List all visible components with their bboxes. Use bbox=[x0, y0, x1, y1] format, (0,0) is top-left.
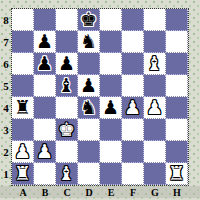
square-h2[interactable] bbox=[166, 141, 188, 163]
rank-label-5: 5 bbox=[0, 75, 12, 97]
square-f7[interactable] bbox=[122, 31, 144, 53]
piece-black-king-d8[interactable]: ♚ bbox=[78, 9, 99, 30]
square-b2[interactable]: ♟ bbox=[34, 141, 56, 163]
file-label-c: C bbox=[56, 186, 78, 198]
piece-black-knight-d7[interactable]: ♞ bbox=[78, 31, 99, 52]
piece-white-pawn-b2[interactable]: ♟ bbox=[34, 141, 55, 162]
square-h6[interactable] bbox=[166, 53, 188, 75]
rank-label-6: 6 bbox=[0, 53, 12, 75]
square-f3[interactable] bbox=[122, 119, 144, 141]
square-g6[interactable]: ♝ bbox=[144, 53, 166, 75]
square-d5[interactable]: ♟ bbox=[78, 75, 100, 97]
square-g4[interactable]: ♟ bbox=[144, 97, 166, 119]
chess-app-window: 87654321 ♚♟♞♟♟♝♝♟♜♞♟♟♟♚♟♟♜♝♜ ABCDEFGH bbox=[0, 0, 200, 200]
square-g7[interactable] bbox=[144, 31, 166, 53]
piece-white-pawn-f4[interactable]: ♟ bbox=[122, 97, 143, 118]
square-d4[interactable]: ♞ bbox=[78, 97, 100, 119]
square-h5[interactable] bbox=[166, 75, 188, 97]
piece-black-pawn-b6[interactable]: ♟ bbox=[34, 53, 55, 74]
chess-board: ♚♟♞♟♟♝♝♟♜♞♟♟♟♚♟♟♜♝♜ bbox=[12, 9, 188, 185]
square-h3[interactable] bbox=[166, 119, 188, 141]
square-d2[interactable] bbox=[78, 141, 100, 163]
square-h7[interactable] bbox=[166, 31, 188, 53]
square-c1[interactable]: ♝ bbox=[56, 163, 78, 185]
square-a5[interactable] bbox=[12, 75, 34, 97]
square-b3[interactable] bbox=[34, 119, 56, 141]
rank-labels: 87654321 bbox=[0, 9, 12, 185]
square-e7[interactable] bbox=[100, 31, 122, 53]
square-e8[interactable] bbox=[100, 9, 122, 31]
square-e3[interactable] bbox=[100, 119, 122, 141]
square-a2[interactable]: ♟ bbox=[12, 141, 34, 163]
square-d1[interactable] bbox=[78, 163, 100, 185]
square-b8[interactable] bbox=[34, 9, 56, 31]
square-b6[interactable]: ♟ bbox=[34, 53, 56, 75]
square-c6[interactable]: ♟ bbox=[56, 53, 78, 75]
square-f1[interactable] bbox=[122, 163, 144, 185]
file-label-h: H bbox=[166, 186, 188, 198]
file-label-g: G bbox=[144, 186, 166, 198]
piece-black-bishop-c5[interactable]: ♝ bbox=[56, 75, 77, 96]
file-label-b: B bbox=[34, 186, 56, 198]
square-h8[interactable] bbox=[166, 9, 188, 31]
square-g2[interactable] bbox=[144, 141, 166, 163]
square-e1[interactable] bbox=[100, 163, 122, 185]
file-label-e: E bbox=[100, 186, 122, 198]
square-c2[interactable] bbox=[56, 141, 78, 163]
square-e2[interactable] bbox=[100, 141, 122, 163]
square-b7[interactable]: ♟ bbox=[34, 31, 56, 53]
file-label-a: A bbox=[12, 186, 34, 198]
file-labels: ABCDEFGH bbox=[12, 186, 188, 198]
square-f2[interactable] bbox=[122, 141, 144, 163]
rank-label-2: 2 bbox=[0, 141, 12, 163]
square-d7[interactable]: ♞ bbox=[78, 31, 100, 53]
piece-white-king-c3[interactable]: ♚ bbox=[56, 119, 77, 140]
square-a6[interactable] bbox=[12, 53, 34, 75]
square-d3[interactable] bbox=[78, 119, 100, 141]
file-label-f: F bbox=[122, 186, 144, 198]
piece-white-rook-a1[interactable]: ♜ bbox=[12, 163, 33, 184]
square-f6[interactable] bbox=[122, 53, 144, 75]
square-g1[interactable] bbox=[144, 163, 166, 185]
square-e4[interactable]: ♟ bbox=[100, 97, 122, 119]
piece-white-bishop-g6[interactable]: ♝ bbox=[144, 53, 165, 74]
piece-white-pawn-g4[interactable]: ♟ bbox=[144, 97, 165, 118]
piece-black-pawn-b7[interactable]: ♟ bbox=[34, 31, 55, 52]
square-e5[interactable] bbox=[100, 75, 122, 97]
square-c7[interactable] bbox=[56, 31, 78, 53]
square-a8[interactable] bbox=[12, 9, 34, 31]
square-b4[interactable] bbox=[34, 97, 56, 119]
square-d8[interactable]: ♚ bbox=[78, 9, 100, 31]
square-b1[interactable] bbox=[34, 163, 56, 185]
square-a3[interactable] bbox=[12, 119, 34, 141]
piece-black-pawn-e4[interactable]: ♟ bbox=[100, 97, 121, 118]
rank-label-8: 8 bbox=[0, 9, 12, 31]
square-h4[interactable] bbox=[166, 97, 188, 119]
square-e6[interactable] bbox=[100, 53, 122, 75]
piece-white-rook-h1[interactable]: ♜ bbox=[166, 163, 187, 184]
square-f5[interactable] bbox=[122, 75, 144, 97]
square-f4[interactable]: ♟ bbox=[122, 97, 144, 119]
piece-black-pawn-d5[interactable]: ♟ bbox=[78, 75, 99, 96]
square-f8[interactable] bbox=[122, 9, 144, 31]
square-c4[interactable] bbox=[56, 97, 78, 119]
rank-label-1: 1 bbox=[0, 163, 12, 185]
rank-label-4: 4 bbox=[0, 97, 12, 119]
square-g8[interactable] bbox=[144, 9, 166, 31]
square-c8[interactable] bbox=[56, 9, 78, 31]
rank-label-7: 7 bbox=[0, 31, 12, 53]
square-c5[interactable]: ♝ bbox=[56, 75, 78, 97]
square-g3[interactable] bbox=[144, 119, 166, 141]
square-h1[interactable]: ♜ bbox=[166, 163, 188, 185]
piece-white-bishop-c1[interactable]: ♝ bbox=[56, 163, 77, 184]
piece-white-pawn-a2[interactable]: ♟ bbox=[12, 141, 33, 162]
square-a7[interactable] bbox=[12, 31, 34, 53]
piece-black-rook-a4[interactable]: ♜ bbox=[12, 97, 33, 118]
piece-black-knight-d4[interactable]: ♞ bbox=[78, 97, 99, 118]
rank-label-3: 3 bbox=[0, 119, 12, 141]
square-d6[interactable] bbox=[78, 53, 100, 75]
square-g5[interactable] bbox=[144, 75, 166, 97]
file-label-d: D bbox=[78, 186, 100, 198]
square-a1[interactable]: ♜ bbox=[12, 163, 34, 185]
square-a4[interactable]: ♜ bbox=[12, 97, 34, 119]
square-b5[interactable] bbox=[34, 75, 56, 97]
square-c3[interactable]: ♚ bbox=[56, 119, 78, 141]
piece-black-pawn-c6[interactable]: ♟ bbox=[56, 53, 77, 74]
